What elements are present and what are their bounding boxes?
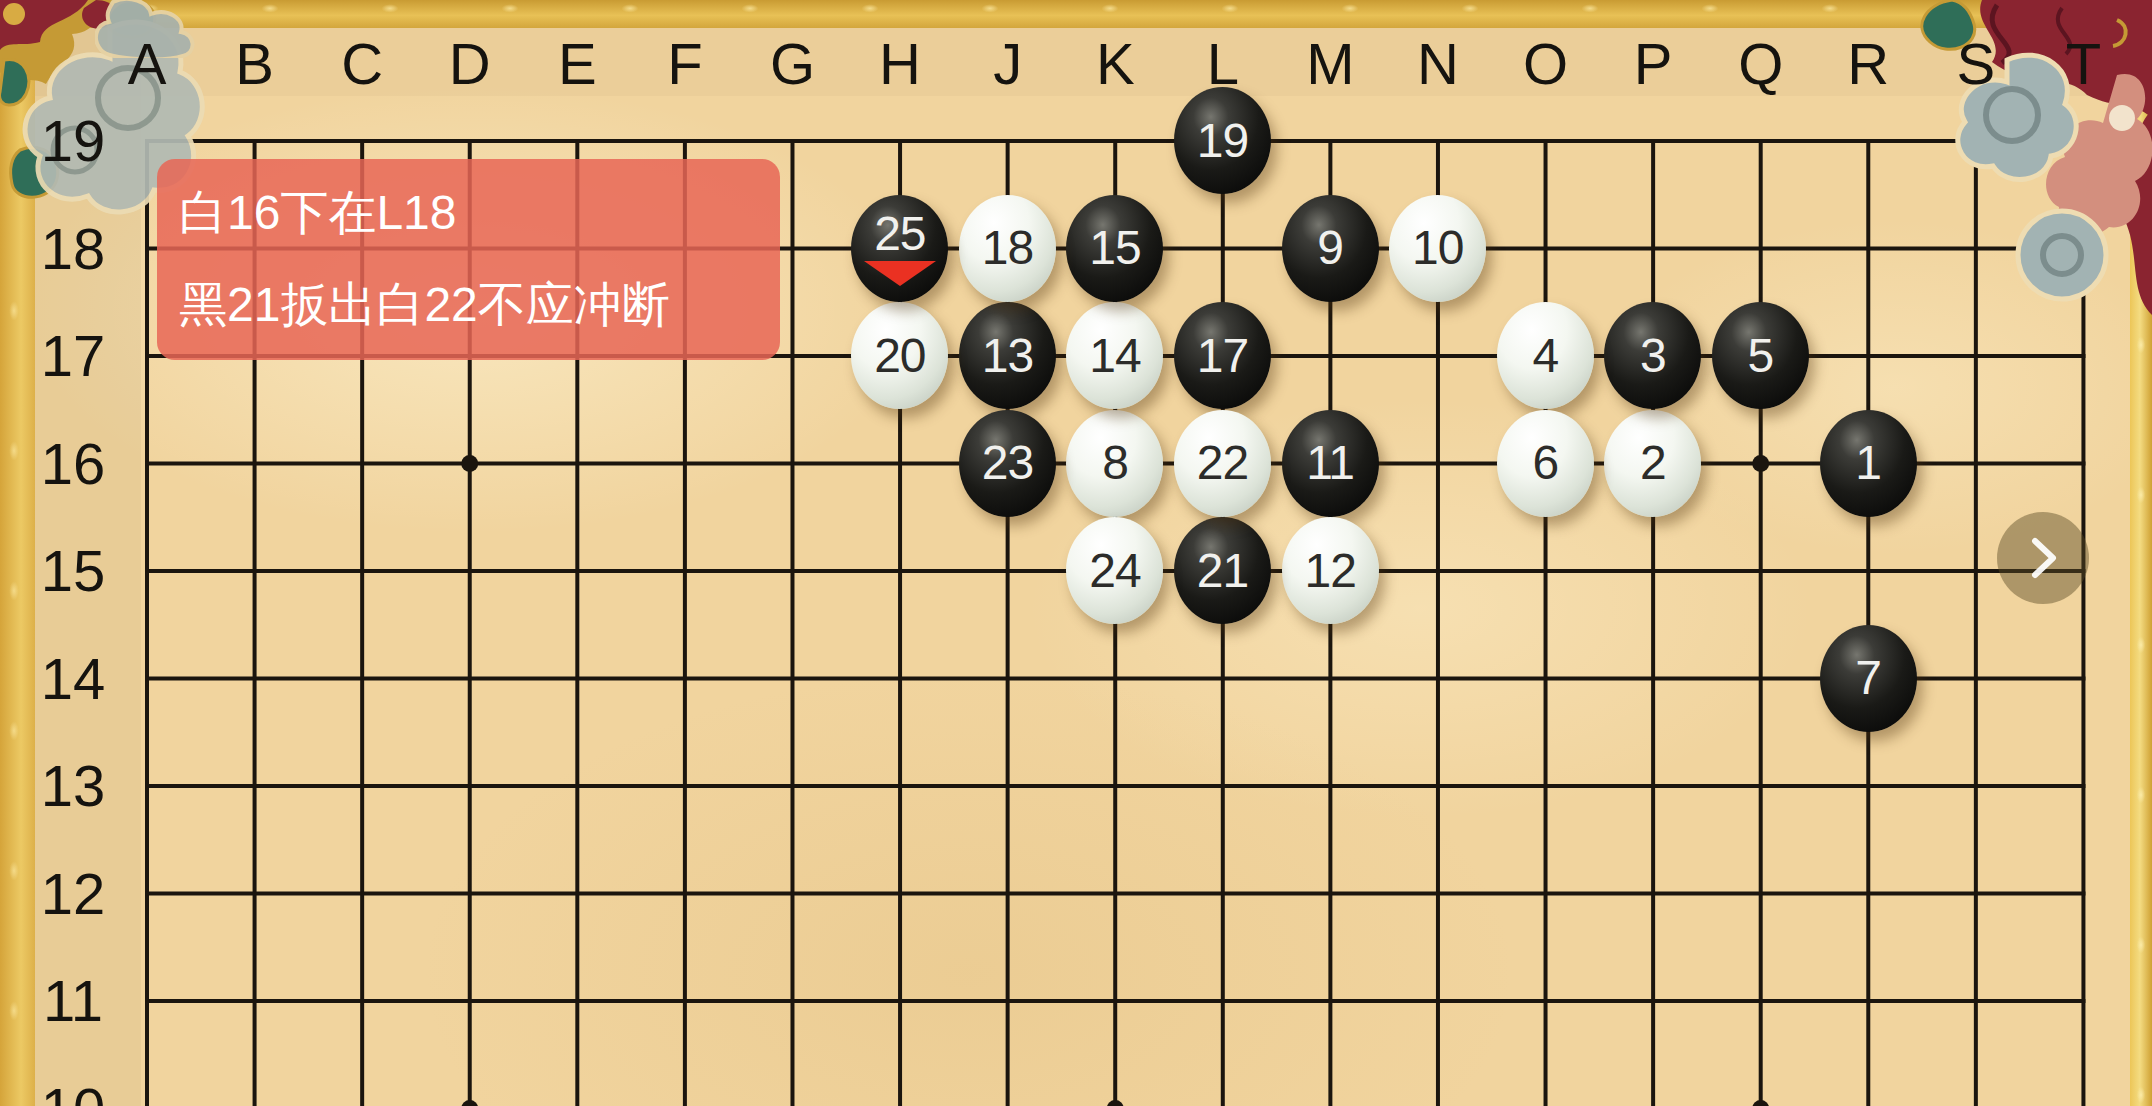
intersection-H18: 25 xyxy=(846,195,954,303)
stone-black-3: 3 xyxy=(1604,302,1701,409)
col-label-Q: Q xyxy=(1738,35,1783,93)
intersection-L17: 17 xyxy=(1169,302,1277,410)
stone-black-7: 7 xyxy=(1820,625,1917,732)
row-label-18: 18 xyxy=(41,220,106,278)
chevron-right-icon xyxy=(2021,532,2065,584)
row-label-19: 19 xyxy=(41,112,106,170)
last-move-triangle-marker xyxy=(864,261,936,286)
stone-black-15: 15 xyxy=(1066,195,1163,302)
col-label-K: K xyxy=(1096,35,1135,93)
col-label-O: O xyxy=(1523,35,1568,93)
gold-frame-top xyxy=(0,0,2152,28)
intersection-J16: 23 xyxy=(954,410,1062,518)
intersection-K18: 15 xyxy=(1061,195,1169,303)
col-label-E: E xyxy=(558,35,597,93)
intersection-O16: 6 xyxy=(1492,410,1600,518)
row-label-10: 10 xyxy=(41,1080,106,1106)
stone-white-4: 4 xyxy=(1497,302,1594,409)
stone-number: 3 xyxy=(1640,332,1666,380)
intersection-K17: 14 xyxy=(1061,302,1169,410)
col-label-P: P xyxy=(1634,35,1673,93)
stone-number: 23 xyxy=(982,439,1033,487)
stone-black-5: 5 xyxy=(1712,302,1809,409)
row-label-11: 11 xyxy=(43,972,103,1030)
row-label-13: 13 xyxy=(41,757,106,815)
stone-number: 24 xyxy=(1089,547,1140,595)
intersection-K15: 24 xyxy=(1061,517,1169,625)
stone-number: 17 xyxy=(1197,332,1248,380)
stone-black-19: 19 xyxy=(1174,87,1271,194)
stone-number: 1 xyxy=(1855,439,1881,487)
next-move-button[interactable] xyxy=(1997,512,2089,604)
gold-frame-right xyxy=(2130,0,2152,1106)
stone-white-12: 12 xyxy=(1282,517,1379,624)
stone-black-21: 21 xyxy=(1174,517,1271,624)
col-label-G: G xyxy=(770,35,815,93)
intersection-P17: 3 xyxy=(1599,302,1707,410)
col-label-T: T xyxy=(2066,35,2101,93)
col-label-L: L xyxy=(1207,35,1239,93)
stone-number: 19 xyxy=(1197,117,1248,165)
stone-black-25: 25 xyxy=(851,195,948,302)
stone-number: 15 xyxy=(1089,224,1140,272)
stone-white-24: 24 xyxy=(1066,517,1163,624)
intersection-R16: 1 xyxy=(1814,410,1922,518)
intersection-O17: 4 xyxy=(1492,302,1600,410)
stone-black-23: 23 xyxy=(959,410,1056,517)
stone-black-9: 9 xyxy=(1282,195,1379,302)
stone-white-20: 20 xyxy=(851,302,948,409)
intersection-M18: 9 xyxy=(1276,195,1384,303)
col-label-H: H xyxy=(879,35,921,93)
intersection-L16: 22 xyxy=(1169,410,1277,518)
row-label-12: 12 xyxy=(41,865,106,923)
stone-number: 5 xyxy=(1748,332,1774,380)
intersection-M15: 12 xyxy=(1276,517,1384,625)
col-label-S: S xyxy=(1957,35,1996,93)
intersection-H17: 20 xyxy=(846,302,954,410)
stone-number: 2 xyxy=(1640,439,1666,487)
intersection-L15: 21 xyxy=(1169,517,1277,625)
intersection-M16: 11 xyxy=(1276,410,1384,518)
col-label-M: M xyxy=(1306,35,1354,93)
stone-number: 18 xyxy=(982,224,1033,272)
stone-white-10: 10 xyxy=(1389,195,1486,302)
col-label-B: B xyxy=(235,35,274,93)
row-label-15: 15 xyxy=(41,542,106,600)
stone-number: 10 xyxy=(1412,224,1463,272)
stone-black-13: 13 xyxy=(959,302,1056,409)
stone-white-2: 2 xyxy=(1604,410,1701,517)
stone-black-17: 17 xyxy=(1174,302,1271,409)
stone-number: 14 xyxy=(1089,332,1140,380)
annotation-line-2: 黑21扳出白22不应冲断 xyxy=(179,259,780,351)
col-label-C: C xyxy=(341,35,383,93)
stone-white-8: 8 xyxy=(1066,410,1163,517)
col-label-A: A xyxy=(128,35,167,93)
stone-white-14: 14 xyxy=(1066,302,1163,409)
intersection-K16: 8 xyxy=(1061,410,1169,518)
stone-number: 21 xyxy=(1197,547,1248,595)
stone-number: 7 xyxy=(1855,654,1881,702)
stone-number: 9 xyxy=(1317,224,1343,272)
intersection-L19: 19 xyxy=(1169,87,1277,195)
stone-number: 13 xyxy=(982,332,1033,380)
row-label-14: 14 xyxy=(41,650,106,708)
stone-white-22: 22 xyxy=(1174,410,1271,517)
go-app-screen: ABCDEFGHJKLMNOPQRST 19181716151413121110… xyxy=(0,0,2152,1106)
stone-number: 12 xyxy=(1304,547,1355,595)
stone-number: 20 xyxy=(874,332,925,380)
col-label-D: D xyxy=(449,35,491,93)
stone-white-18: 18 xyxy=(959,195,1056,302)
stone-black-11: 11 xyxy=(1282,410,1379,517)
intersection-J17: 13 xyxy=(954,302,1062,410)
stone-number: 6 xyxy=(1532,439,1558,487)
intersection-P16: 2 xyxy=(1599,410,1707,518)
col-label-N: N xyxy=(1417,35,1459,93)
col-label-R: R xyxy=(1847,35,1889,93)
col-label-J: J xyxy=(993,35,1022,93)
col-label-F: F xyxy=(667,35,702,93)
stone-number: 8 xyxy=(1102,439,1128,487)
intersection-R14: 7 xyxy=(1814,625,1922,733)
intersection-N18: 10 xyxy=(1384,195,1492,303)
stone-white-6: 6 xyxy=(1497,410,1594,517)
stone-number: 22 xyxy=(1197,439,1248,487)
move-annotation-box: 白16下在L18 黑21扳出白22不应冲断 xyxy=(157,159,780,360)
annotation-line-1: 白16下在L18 xyxy=(179,167,780,259)
intersection-Q17: 5 xyxy=(1707,302,1815,410)
stone-number: 25 xyxy=(874,210,925,258)
row-label-16: 16 xyxy=(41,435,106,493)
gold-frame-left xyxy=(0,0,35,1106)
row-label-17: 17 xyxy=(41,327,106,385)
stone-number: 4 xyxy=(1532,332,1558,380)
stone-black-1: 1 xyxy=(1820,410,1917,517)
stone-number: 11 xyxy=(1306,439,1354,487)
intersection-J18: 18 xyxy=(954,195,1062,303)
